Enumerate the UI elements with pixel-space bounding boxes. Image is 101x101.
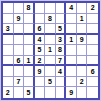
cell-r8c8[interactable]: 2 bbox=[77, 77, 88, 88]
cell-r9c1[interactable]: 2 bbox=[3, 87, 14, 98]
cell-r2c8[interactable]: 1 bbox=[77, 14, 88, 25]
cell-r5c6[interactable]: 8 bbox=[56, 45, 67, 56]
cell-r1c1[interactable] bbox=[3, 3, 14, 14]
cell-r6c4[interactable]: 2 bbox=[35, 56, 46, 67]
cell-r5c4[interactable]: 5 bbox=[35, 45, 46, 56]
cell-r4c6[interactable]: 3 bbox=[56, 35, 67, 46]
cell-r1c5[interactable] bbox=[45, 3, 56, 14]
cell-r4c7[interactable]: 1 bbox=[66, 35, 77, 46]
cell-r5c5[interactable]: 1 bbox=[45, 45, 56, 56]
cell-r1c4[interactable] bbox=[35, 3, 46, 14]
cell-r2c7[interactable] bbox=[66, 14, 77, 25]
cell-r7c1[interactable] bbox=[3, 66, 14, 77]
cell-r2c6[interactable] bbox=[56, 14, 67, 25]
cell-r3c3[interactable] bbox=[24, 24, 35, 35]
cell-r9c2[interactable] bbox=[14, 87, 25, 98]
cell-r8c4[interactable] bbox=[35, 77, 46, 88]
cell-r6c9[interactable] bbox=[87, 56, 98, 67]
cell-r6c6[interactable]: 7 bbox=[56, 56, 67, 67]
cell-r4c8[interactable]: 9 bbox=[77, 35, 88, 46]
cell-r3c2[interactable] bbox=[14, 24, 25, 35]
cell-r4c1[interactable] bbox=[3, 35, 14, 46]
cell-r3c8[interactable] bbox=[77, 24, 88, 35]
cell-r2c1[interactable] bbox=[3, 14, 14, 25]
cell-r5c2[interactable] bbox=[14, 45, 25, 56]
cell-r6c5[interactable] bbox=[45, 56, 56, 67]
cell-r7c2[interactable] bbox=[14, 66, 25, 77]
cell-r4c9[interactable] bbox=[87, 35, 98, 46]
cell-r4c2[interactable] bbox=[14, 35, 25, 46]
cell-r3c5[interactable] bbox=[45, 24, 56, 35]
cell-r2c4[interactable] bbox=[35, 14, 46, 25]
cell-r4c4[interactable]: 4 bbox=[35, 35, 46, 46]
cell-r6c2[interactable]: 6 bbox=[14, 56, 25, 67]
cell-r7c6[interactable]: 4 bbox=[56, 66, 67, 77]
cell-r7c8[interactable] bbox=[77, 66, 88, 77]
cell-r8c5[interactable]: 5 bbox=[45, 77, 56, 88]
cell-r7c7[interactable] bbox=[66, 66, 77, 77]
cell-r5c1[interactable] bbox=[3, 45, 14, 56]
cell-r9c6[interactable] bbox=[56, 87, 67, 98]
cell-r5c8[interactable] bbox=[77, 45, 88, 56]
cell-r7c4[interactable]: 9 bbox=[35, 66, 46, 77]
cell-r3c6[interactable]: 5 bbox=[56, 24, 67, 35]
cell-r8c1[interactable] bbox=[3, 77, 14, 88]
cell-r9c3[interactable]: 5 bbox=[24, 87, 35, 98]
cell-r2c5[interactable]: 8 bbox=[45, 14, 56, 25]
cell-r9c8[interactable] bbox=[77, 87, 88, 98]
cell-r6c1[interactable] bbox=[3, 56, 14, 67]
cell-r1c2[interactable] bbox=[14, 3, 25, 14]
cell-r7c3[interactable] bbox=[24, 66, 35, 77]
cell-r6c8[interactable] bbox=[77, 56, 88, 67]
cell-r8c3[interactable] bbox=[24, 77, 35, 88]
cell-r5c7[interactable] bbox=[66, 45, 77, 56]
cell-r2c3[interactable] bbox=[24, 14, 35, 25]
cell-r3c7[interactable] bbox=[66, 24, 77, 35]
cell-r9c7[interactable]: 9 bbox=[66, 87, 77, 98]
cell-r3c1[interactable]: 3 bbox=[3, 24, 14, 35]
cell-r4c5[interactable] bbox=[45, 35, 56, 46]
cell-r6c7[interactable] bbox=[66, 56, 77, 67]
cell-r7c9[interactable]: 6 bbox=[87, 66, 98, 77]
cell-r9c9[interactable] bbox=[87, 87, 98, 98]
sudoku-board-frame: 84298136543195186127946752259 bbox=[0, 0, 101, 101]
cell-r8c7[interactable] bbox=[66, 77, 77, 88]
cell-r8c2[interactable]: 7 bbox=[14, 77, 25, 88]
cell-r2c9[interactable] bbox=[87, 14, 98, 25]
cell-r5c3[interactable] bbox=[24, 45, 35, 56]
cell-r2c2[interactable]: 9 bbox=[14, 14, 25, 25]
cell-r1c3[interactable]: 8 bbox=[24, 3, 35, 14]
cell-r1c8[interactable] bbox=[77, 3, 88, 14]
cell-r9c4[interactable] bbox=[35, 87, 46, 98]
cell-r3c9[interactable] bbox=[87, 24, 98, 35]
cell-r3c4[interactable]: 6 bbox=[35, 24, 46, 35]
cell-r7c5[interactable] bbox=[45, 66, 56, 77]
cell-r1c7[interactable]: 4 bbox=[66, 3, 77, 14]
cell-r4c3[interactable] bbox=[24, 35, 35, 46]
cell-r5c9[interactable] bbox=[87, 45, 98, 56]
cell-r6c3[interactable]: 1 bbox=[24, 56, 35, 67]
cell-r8c6[interactable] bbox=[56, 77, 67, 88]
cell-r8c9[interactable] bbox=[87, 77, 98, 88]
cell-r1c6[interactable] bbox=[56, 3, 67, 14]
cell-r1c9[interactable]: 2 bbox=[87, 3, 98, 14]
sudoku-board: 84298136543195186127946752259 bbox=[1, 1, 100, 100]
cell-r9c5[interactable] bbox=[45, 87, 56, 98]
